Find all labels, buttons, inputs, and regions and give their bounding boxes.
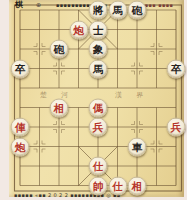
badge-icon: ⊕ — [36, 2, 41, 8]
piece-black-砲[interactable]: 砲 — [128, 1, 147, 20]
publisher-logo: 棋 — [15, 1, 23, 9]
piece-black-將[interactable]: 將 — [89, 1, 108, 20]
piece-red-炮[interactable]: 炮 — [11, 137, 30, 156]
piece-red-兵[interactable]: 兵 — [167, 118, 186, 137]
bottom-caption: ▪▪▪▪▪ «▪▪ 2 0 2 2 ▪▪▪▪▪▪▪▪▪ ◎ ▪▪ — [14, 192, 121, 198]
piece-red-相[interactable]: 相 — [50, 98, 69, 117]
xiangqi-photo-screenshot: { "game": "xiangqi", "position": { "fen"… — [0, 0, 187, 200]
piece-red-仕[interactable]: 仕 — [89, 157, 108, 176]
river-label-han: 漢 界 — [115, 91, 149, 99]
piece-black-卒[interactable]: 卒 — [167, 59, 186, 78]
piece-black-馬[interactable]: 馬 — [108, 1, 127, 20]
board-photo: 棋 ⊕ ▪▪▪▪▪▪▪▪▪▪ ▪▪▪ ▪▪▪▪ ▪▪▪▪ ▪▪▪▪ ▪▪▪▪▪ … — [0, 0, 187, 200]
piece-black-車[interactable]: 車 — [128, 137, 147, 156]
piece-black-卒[interactable]: 卒 — [11, 59, 30, 78]
piece-red-相[interactable]: 相 — [128, 176, 147, 195]
piece-black-象[interactable]: 象 — [89, 40, 108, 59]
piece-black-馬[interactable]: 馬 — [89, 59, 108, 78]
piece-red-傌[interactable]: 傌 — [89, 98, 108, 117]
piece-red-炮[interactable]: 炮 — [69, 20, 88, 39]
piece-red-兵[interactable]: 兵 — [89, 118, 108, 137]
piece-red-帥[interactable]: 帥 — [89, 176, 108, 195]
piece-black-砲[interactable]: 砲 — [50, 40, 69, 59]
piece-red-俥[interactable]: 俥 — [11, 118, 30, 137]
piece-red-仕[interactable]: 仕 — [108, 176, 127, 195]
piece-black-士[interactable]: 士 — [89, 20, 108, 39]
